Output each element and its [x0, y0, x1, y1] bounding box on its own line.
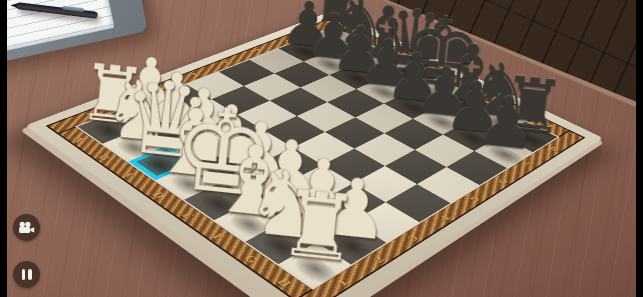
- camera-button[interactable]: [13, 214, 40, 241]
- letterbox-right: [636, 0, 643, 297]
- pawn-glyph: ♟: [473, 85, 540, 160]
- board-tilt-wrapper: AABBCCDDEEFFGGHH1122334455667788♜♞♟♝♟♛♟♚…: [0, 0, 643, 297]
- rank-label-8: 8: [549, 146, 562, 153]
- pause-button[interactable]: [13, 261, 40, 288]
- pause-icon: [22, 269, 32, 280]
- square-h6[interactable]: [447, 151, 508, 185]
- app-screenshot: AABBCCDDEEFFGGHH1122334455667788♜♞♟♝♟♛♟♚…: [0, 0, 643, 297]
- rook-glyph: ♜: [275, 177, 362, 275]
- video-camera-icon: [18, 221, 35, 234]
- board-scene: AABBCCDDEEFFGGHH1122334455667788♜♞♟♝♟♛♟♚…: [92, 0, 558, 297]
- board: AABBCCDDEEFFGGHH1122334455667788♜♞♟♝♟♛♟♚…: [25, 10, 603, 297]
- rank-label-6: 6: [497, 178, 510, 186]
- letterbox-left: [0, 0, 7, 297]
